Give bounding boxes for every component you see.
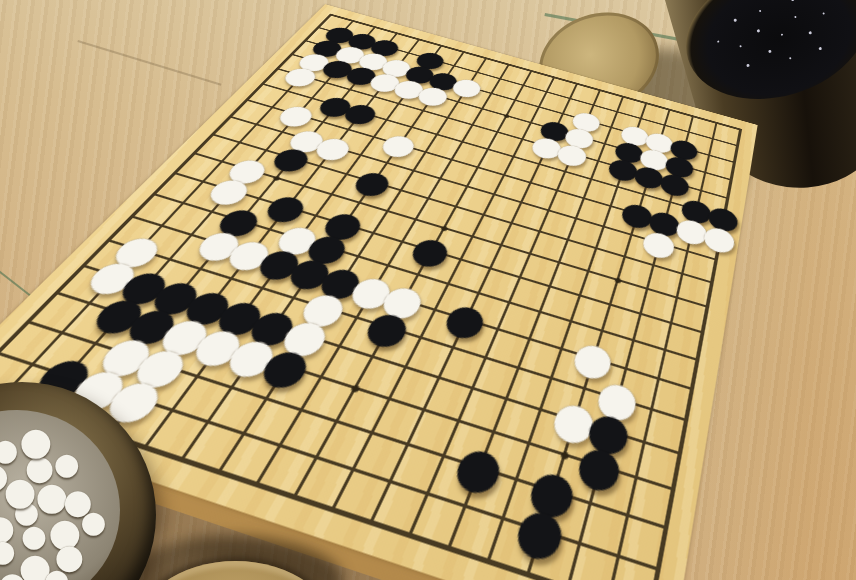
black-stone-glint [756,29,760,33]
bowl-white-stone: ● [0,432,18,467]
bowl-white-stone: ● [19,419,52,463]
black-stone-glint [746,64,750,68]
bowl-white-stone: ● [80,504,106,539]
black-stone-glint [818,47,822,51]
bowl-white-stone: ● [43,562,69,580]
black-stone-glint [733,18,737,22]
white-stone-bowl-opening: ●●●●●●●●●●●●●●●●●●●●●●●●●● [0,410,120,580]
black-stone-glint [739,45,741,47]
black-stone[interactable]: ● [576,442,623,491]
bowl-white-stone: ● [54,446,80,481]
bowl-white-stone: ● [0,533,16,568]
white-stone[interactable]: ● [642,228,677,259]
black-stone-glint [717,40,719,42]
bowl-white-stone: ● [0,564,27,580]
white-stone[interactable]: ● [703,223,736,253]
black-stone-glint [781,34,783,36]
black-stone-glint [759,10,761,12]
black-stone[interactable]: ● [453,443,506,494]
table-scratch [78,40,222,85]
black-stone-glint [808,31,812,35]
black-stone[interactable]: ● [514,504,567,560]
black-stone-glint [791,0,795,2]
black-stone-glint [794,16,796,18]
black-stone-glint [822,13,824,15]
white-stone[interactable]: ● [556,141,590,167]
black-stone-glint [768,49,772,53]
black-stone[interactable]: ● [443,301,489,339]
go-scene: ●●●●●●●●●●●●●●●●●●●●●●●●●●●●●●●●●●●●●●●●… [0,0,856,580]
black-stone-glint [789,57,791,59]
